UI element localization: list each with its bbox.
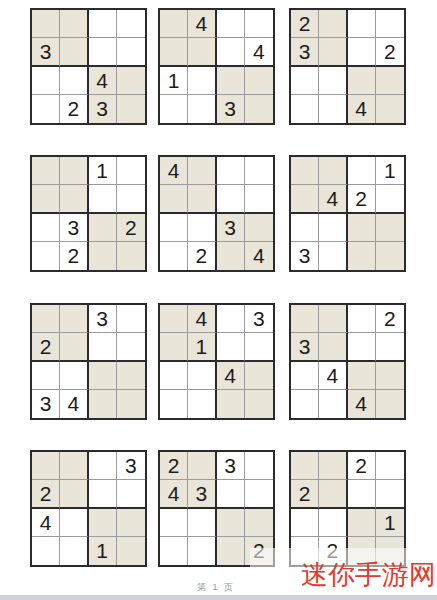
sudoku-cell-p4-r2c3[interactable] [89,185,117,213]
sudoku-board-6: 1423 [289,155,406,272]
sudoku-cell-p1-r1c1[interactable] [32,10,60,38]
sudoku-cell-p5-r2c2[interactable] [188,185,216,213]
sudoku-cell-p2-r4c3: 3 [217,95,245,123]
sudoku-cell-p2-r2c3[interactable] [217,38,245,66]
sudoku-cell-p4-r1c3: 1 [89,157,117,185]
sudoku-cell-p5-r4c1[interactable] [160,242,188,270]
sudoku-cell-p4-r3c3[interactable] [89,214,117,242]
sudoku-cell-p6-r4c2[interactable] [319,242,347,270]
sudoku-cell-p4-r3c2: 3 [60,214,88,242]
sudoku-cell-p4-r2c1[interactable] [32,185,60,213]
sudoku-cell-p3-r1c2[interactable] [319,10,347,38]
sudoku-cell-p1-r1c2[interactable] [60,10,88,38]
sudoku-cell-p11-r2c2: 3 [188,480,216,508]
sudoku-cell-p8-r4c2[interactable] [188,390,216,418]
sudoku-cell-p2-r2c4: 4 [245,38,273,66]
sudoku-board-4: 1322 [30,155,147,272]
sudoku-cell-p7-r2c3[interactable] [89,333,117,361]
sudoku-cell-p8-r1c3[interactable] [217,305,245,333]
sudoku-cell-p10-r1c4: 3 [117,452,145,480]
sudoku-cell-p12-r3c2[interactable] [319,509,347,537]
sudoku-cell-p4-r2c4[interactable] [117,185,145,213]
sudoku-cell-p7-r1c2[interactable] [60,305,88,333]
sudoku-cell-p3-r3c3[interactable] [348,67,376,95]
sudoku-cell-p3-r2c3[interactable] [348,38,376,66]
sudoku-cell-p8-r2c3[interactable] [217,333,245,361]
sudoku-board-3: 2324 [289,8,406,125]
sudoku-cell-p2-r1c1[interactable] [160,10,188,38]
sudoku-cell-p3-r4c2[interactable] [319,95,347,123]
sudoku-cell-p3-r1c3[interactable] [348,10,376,38]
sudoku-cell-p8-r4c3[interactable] [217,390,245,418]
sudoku-board-5: 4324 [158,155,275,272]
sudoku-cell-p3-r1c1: 2 [291,10,319,38]
sudoku-cell-p1-r1c4[interactable] [117,10,145,38]
sudoku-cell-p6-r3c4[interactable] [376,214,404,242]
sudoku-cell-p8-r3c1[interactable] [160,362,188,390]
sudoku-cell-p2-r4c4[interactable] [245,95,273,123]
sudoku-cell-p9-r2c4[interactable] [376,333,404,361]
sudoku-cell-p6-r4c1: 3 [291,242,319,270]
sudoku-cell-p6-r3c1[interactable] [291,214,319,242]
sudoku-cell-p6-r3c3[interactable] [348,214,376,242]
sudoku-cell-p12-r2c1: 2 [291,480,319,508]
sudoku-cell-p7-r2c2[interactable] [60,333,88,361]
sudoku-cell-p1-r3c2[interactable] [60,67,88,95]
sudoku-cell-p9-r3c4[interactable] [376,362,404,390]
sudoku-cell-p5-r3c2[interactable] [188,214,216,242]
sudoku-cell-p10-r1c3[interactable] [89,452,117,480]
sudoku-cell-p7-r2c4[interactable] [117,333,145,361]
sudoku-cell-p3-r4c3: 4 [348,95,376,123]
sudoku-cell-p7-r2c1: 2 [32,333,60,361]
sudoku-cell-p3-r2c4: 2 [376,38,404,66]
sudoku-cell-p9-r1c3[interactable] [348,305,376,333]
sudoku-cell-p7-r4c4[interactable] [117,390,145,418]
sudoku-cell-p4-r1c4[interactable] [117,157,145,185]
sudoku-cell-p9-r4c3: 4 [348,390,376,418]
sudoku-cell-p7-r1c1[interactable] [32,305,60,333]
sudoku-cell-p3-r4c4[interactable] [376,95,404,123]
sudoku-cell-p11-r4c2[interactable] [188,537,216,565]
sudoku-board-1: 3423 [30,8,147,125]
sudoku-cell-p1-r3c1[interactable] [32,67,60,95]
sudoku-cell-p1-r1c3[interactable] [89,10,117,38]
sudoku-cell-p9-r2c1: 3 [291,333,319,361]
sudoku-cell-p7-r4c2: 4 [60,390,88,418]
site-watermark: 迷你手游网 [301,562,436,589]
sudoku-cell-p6-r4c3[interactable] [348,242,376,270]
sudoku-cell-p2-r2c2[interactable] [188,38,216,66]
sudoku-cell-p4-r1c1[interactable] [32,157,60,185]
sudoku-cell-p5-r1c4[interactable] [245,157,273,185]
sudoku-cell-p10-r4c2[interactable] [60,537,88,565]
sudoku-cell-p11-r3c3[interactable] [217,509,245,537]
sudoku-board-10: 3241 [30,450,147,567]
sudoku-cell-p8-r1c2: 4 [188,305,216,333]
sudoku-cell-p4-r4c2: 2 [60,242,88,270]
sudoku-cell-p8-r2c2: 1 [188,333,216,361]
sudoku-cell-p2-r2c1[interactable] [160,38,188,66]
sudoku-cell-p7-r3c2[interactable] [60,362,88,390]
sudoku-cell-p10-r2c2[interactable] [60,480,88,508]
sudoku-cell-p7-r1c3: 3 [89,305,117,333]
sudoku-cell-p5-r3c3: 3 [217,214,245,242]
sudoku-cell-p10-r3c2[interactable] [60,509,88,537]
sudoku-cell-p7-r4c1: 3 [32,390,60,418]
sudoku-cell-p1-r4c4[interactable] [117,95,145,123]
sudoku-cell-p9-r4c1[interactable] [291,390,319,418]
sudoku-cell-p6-r2c4[interactable] [376,185,404,213]
sudoku-cell-p2-r1c3[interactable] [217,10,245,38]
sudoku-cell-p8-r3c3: 4 [217,362,245,390]
sudoku-cell-p10-r2c3[interactable] [89,480,117,508]
sudoku-cell-p10-r2c1: 2 [32,480,60,508]
sudoku-cell-p4-r2c2[interactable] [60,185,88,213]
sudoku-cell-p10-r2c4[interactable] [117,480,145,508]
sudoku-cell-p7-r1c4[interactable] [117,305,145,333]
sudoku-cell-p2-r1c2: 4 [188,10,216,38]
sudoku-cell-p1-r2c2[interactable] [60,38,88,66]
sudoku-cell-p9-r4c4[interactable] [376,390,404,418]
sudoku-board-8: 4314 [158,303,275,420]
sudoku-cell-p8-r1c1[interactable] [160,305,188,333]
sudoku-cell-p11-r2c3[interactable] [217,480,245,508]
sudoku-cell-p11-r1c4[interactable] [245,452,273,480]
sudoku-cell-p1-r2c1: 3 [32,38,60,66]
sudoku-cell-p3-r4c1[interactable] [291,95,319,123]
sudoku-cell-p3-r1c4[interactable] [376,10,404,38]
sudoku-cell-p5-r2c1[interactable] [160,185,188,213]
sudoku-cell-p8-r3c2[interactable] [188,362,216,390]
sudoku-cell-p6-r1c3[interactable] [348,157,376,185]
sudoku-cell-p6-r1c1[interactable] [291,157,319,185]
sudoku-cell-p9-r3c1[interactable] [291,362,319,390]
sudoku-cell-p5-r4c3[interactable] [217,242,245,270]
sudoku-board-9: 2344 [289,303,406,420]
sudoku-cell-p8-r2c1[interactable] [160,333,188,361]
sudoku-cell-p7-r4c3[interactable] [89,390,117,418]
sudoku-cell-p2-r4c1[interactable] [160,95,188,123]
sudoku-cell-p10-r4c3: 1 [89,537,117,565]
sudoku-cell-p12-r3c4: 1 [376,509,404,537]
sudoku-cell-p10-r3c4[interactable] [117,509,145,537]
sudoku-cell-p12-r1c3: 2 [348,452,376,480]
sudoku-cell-p11-r2c4[interactable] [245,480,273,508]
sudoku-cell-p1-r4c1[interactable] [32,95,60,123]
sudoku-cell-p1-r2c3[interactable] [89,38,117,66]
sudoku-cell-p9-r1c2[interactable] [319,305,347,333]
sudoku-cell-p12-r2c4[interactable] [376,480,404,508]
worksheet-page: 3423441323241322432414233234431423443241… [0,0,437,600]
sudoku-cell-p10-r1c2[interactable] [60,452,88,480]
sudoku-cell-p5-r3c1[interactable] [160,214,188,242]
sudoku-cell-p11-r3c4[interactable] [245,509,273,537]
sudoku-cell-p11-r4c3[interactable] [217,537,245,565]
sudoku-cell-p4-r4c1[interactable] [32,242,60,270]
sudoku-cell-p9-r4c2[interactable] [319,390,347,418]
sudoku-cell-p7-r3c3[interactable] [89,362,117,390]
sudoku-board-7: 3234 [30,303,147,420]
sudoku-cell-p2-r4c2[interactable] [188,95,216,123]
sudoku-cell-p5-r3c4[interactable] [245,214,273,242]
sudoku-cell-p11-r3c1[interactable] [160,509,188,537]
sudoku-cell-p6-r2c2: 4 [319,185,347,213]
sudoku-cell-p8-r1c4: 3 [245,305,273,333]
sudoku-cell-p4-r1c2[interactable] [60,157,88,185]
sudoku-cell-p12-r3c1[interactable] [291,509,319,537]
sudoku-cell-p12-r2c2[interactable] [319,480,347,508]
sudoku-cell-p11-r1c2[interactable] [188,452,216,480]
sudoku-cell-p10-r4c4[interactable] [117,537,145,565]
sudoku-cell-p10-r3c1: 4 [32,509,60,537]
sudoku-cell-p12-r3c3[interactable] [348,509,376,537]
sudoku-board-2: 4413 [158,8,275,125]
sudoku-cell-p6-r4c4[interactable] [376,242,404,270]
sudoku-cell-p8-r4c1[interactable] [160,390,188,418]
sudoku-cell-p9-r1c4: 2 [376,305,404,333]
sudoku-cell-p12-r1c2[interactable] [319,452,347,480]
sudoku-cell-p7-r3c4[interactable] [117,362,145,390]
sudoku-cell-p1-r3c3: 4 [89,67,117,95]
sudoku-cell-p3-r2c2[interactable] [319,38,347,66]
sudoku-cell-p9-r3c2: 4 [319,362,347,390]
sudoku-cell-p9-r3c3[interactable] [348,362,376,390]
page-bottom-bar [0,595,437,600]
sudoku-cell-p12-r1c1[interactable] [291,452,319,480]
sudoku-cell-p5-r2c3[interactable] [217,185,245,213]
sudoku-cell-p5-r1c1: 4 [160,157,188,185]
sudoku-cell-p5-r4c4: 4 [245,242,273,270]
sudoku-cell-p6-r2c3: 2 [348,185,376,213]
sudoku-cell-p6-r3c2[interactable] [319,214,347,242]
sudoku-cell-p3-r3c4[interactable] [376,67,404,95]
sudoku-cell-p2-r1c4[interactable] [245,10,273,38]
sudoku-cell-p5-r2c4[interactable] [245,185,273,213]
sudoku-cell-p6-r1c4: 1 [376,157,404,185]
sudoku-cell-p1-r2c4[interactable] [117,38,145,66]
sudoku-cell-p11-r4c1[interactable] [160,537,188,565]
sudoku-cell-p4-r4c4[interactable] [117,242,145,270]
sudoku-cell-p9-r2c3[interactable] [348,333,376,361]
sudoku-cell-p4-r3c4: 2 [117,214,145,242]
sudoku-cell-p5-r4c2: 2 [188,242,216,270]
sudoku-cell-p6-r2c1[interactable] [291,185,319,213]
sudoku-cell-p5-r1c3[interactable] [217,157,245,185]
sudoku-cell-p11-r1c3: 3 [217,452,245,480]
sudoku-cell-p1-r4c3: 3 [89,95,117,123]
sudoku-cell-p2-r3c3[interactable] [217,67,245,95]
page-number-label: 第 1 页 [197,581,235,594]
sudoku-cell-p10-r3c3[interactable] [89,509,117,537]
sudoku-cell-p2-r3c1: 1 [160,67,188,95]
sudoku-cell-p8-r2c4[interactable] [245,333,273,361]
sudoku-cell-p8-r4c4[interactable] [245,390,273,418]
sudoku-cell-p3-r3c1[interactable] [291,67,319,95]
sudoku-cell-p8-r3c4[interactable] [245,362,273,390]
sudoku-cell-p4-r3c1[interactable] [32,214,60,242]
sudoku-cell-p11-r2c1: 4 [160,480,188,508]
sudoku-cell-p9-r2c2[interactable] [319,333,347,361]
sudoku-cell-p11-r3c2[interactable] [188,509,216,537]
sudoku-cell-p2-r3c4[interactable] [245,67,273,95]
sudoku-cell-p5-r1c2[interactable] [188,157,216,185]
sudoku-cell-p3-r3c2[interactable] [319,67,347,95]
sudoku-cell-p12-r1c4[interactable] [376,452,404,480]
sudoku-cell-p10-r1c1[interactable] [32,452,60,480]
sudoku-cell-p4-r4c3[interactable] [89,242,117,270]
sudoku-cell-p6-r1c2[interactable] [319,157,347,185]
sudoku-cell-p11-r1c1: 2 [160,452,188,480]
sudoku-cell-p12-r2c3[interactable] [348,480,376,508]
sudoku-cell-p1-r3c4[interactable] [117,67,145,95]
sudoku-cell-p1-r4c2: 2 [60,95,88,123]
sudoku-cell-p2-r3c2[interactable] [188,67,216,95]
sudoku-cell-p10-r4c1[interactable] [32,537,60,565]
sudoku-cell-p9-r1c1[interactable] [291,305,319,333]
sudoku-cell-p7-r3c1[interactable] [32,362,60,390]
sudoku-cell-p3-r2c1: 3 [291,38,319,66]
